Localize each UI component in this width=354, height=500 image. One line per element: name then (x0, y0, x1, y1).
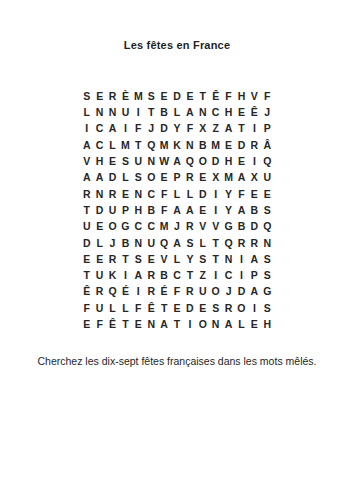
grid-cell-r3c9: F (183, 121, 196, 137)
grid-cell-r7c4: E (119, 186, 132, 202)
grid-cell-r11c4: T (119, 251, 132, 267)
grid-cell-r3c8: Y (171, 121, 184, 137)
grid-cell-r8c3: U (106, 202, 119, 218)
grid-cell-r10c6: U (145, 235, 158, 251)
grid-cell-r7c1: R (80, 186, 93, 202)
grid-cell-r2c13: E (235, 104, 248, 120)
grid-cell-r14c14: I (248, 300, 261, 316)
grid-cell-r15c10: O (196, 316, 209, 332)
grid-cell-r7c15: E (261, 186, 274, 202)
grid-cell-r9c1: U (80, 218, 93, 234)
grid-cell-r14c1: F (80, 300, 93, 316)
grid-cell-r6c10: E (196, 169, 209, 185)
grid-cell-r11c10: S (196, 251, 209, 267)
grid-cell-r11c6: E (145, 251, 158, 267)
grid-cell-r1c6: S (145, 88, 158, 104)
grid-cell-r1c7: E (158, 88, 171, 104)
grid-cell-r4c1: A (80, 137, 93, 153)
grid-cell-r2c3: N (106, 104, 119, 120)
grid-cell-r14c7: T (158, 300, 171, 316)
grid-cell-r10c5: N (132, 235, 145, 251)
grid-cell-r6c11: X (209, 169, 222, 185)
grid-cell-r11c14: A (248, 251, 261, 267)
grid-cell-r4c14: R (248, 137, 261, 153)
grid-cell-r12c8: C (171, 267, 184, 283)
grid-cell-r9c15: Q (261, 218, 274, 234)
grid-cell-r7c7: F (158, 186, 171, 202)
grid-cell-r15c2: F (93, 316, 106, 332)
grid-cell-r2c4: U (119, 104, 132, 120)
grid-cell-r14c2: U (93, 300, 106, 316)
grid-cell-r2c1: L (80, 104, 93, 120)
grid-cell-r10c11: T (209, 235, 222, 251)
grid-cell-r10c7: Q (158, 235, 171, 251)
grid-cell-r2c6: T (145, 104, 158, 120)
grid-cell-r8c8: A (171, 202, 184, 218)
grid-cell-r12c2: U (93, 267, 106, 283)
grid-cell-r10c8: A (171, 235, 184, 251)
grid-cell-r8c5: H (132, 202, 145, 218)
grid-cell-r11c12: N (222, 251, 235, 267)
grid-cell-r4c5: T (132, 137, 145, 153)
grid-cell-r5c1: V (80, 153, 93, 169)
grid-cell-r6c6: O (145, 169, 158, 185)
grid-cell-r7c12: Y (222, 186, 235, 202)
grid-cell-r5c3: E (106, 153, 119, 169)
grid-cell-r15c14: E (248, 316, 261, 332)
grid-cell-r7c8: L (171, 186, 184, 202)
grid-cell-r12c11: I (209, 267, 222, 283)
grid-cell-r13c4: É (119, 284, 132, 300)
grid-cell-r2c5: I (132, 104, 145, 120)
grid-cell-r9c4: G (119, 218, 132, 234)
grid-cell-r13c6: R (145, 284, 158, 300)
grid-cell-r14c10: E (196, 300, 209, 316)
grid-cell-r9c8: J (171, 218, 184, 234)
grid-cell-r7c11: I (209, 186, 222, 202)
grid-cell-r9c14: D (248, 218, 261, 234)
grid-cell-r1c15: F (261, 88, 274, 104)
grid-cell-r12c15: S (261, 267, 274, 283)
grid-cell-r15c1: E (80, 316, 93, 332)
grid-cell-r15c4: T (119, 316, 132, 332)
grid-cell-r5c6: N (145, 153, 158, 169)
grid-cell-r10c15: N (261, 235, 274, 251)
grid-cell-r13c3: Q (106, 284, 119, 300)
grid-cell-r5c12: H (222, 153, 235, 169)
grid-cell-r4c12: E (222, 137, 235, 153)
grid-cell-r1c9: E (183, 88, 196, 104)
grid-cell-r13c8: F (171, 284, 184, 300)
grid-cell-r5c15: Q (261, 153, 274, 169)
grid-cell-r11c15: S (261, 251, 274, 267)
grid-cell-r14c9: D (183, 300, 196, 316)
grid-cell-r3c6: J (145, 121, 158, 137)
grid-cell-r6c7: E (158, 169, 171, 185)
grid-cell-r3c13: T (235, 121, 248, 137)
grid-cell-r8c12: Y (222, 202, 235, 218)
grid-cell-r9c10: V (196, 218, 209, 234)
grid-cell-r1c12: F (222, 88, 235, 104)
grid-cell-r8c15: S (261, 202, 274, 218)
grid-cell-r11c3: R (106, 251, 119, 267)
grid-cell-r13c7: É (158, 284, 171, 300)
grid-cell-r4c6: Q (145, 137, 158, 153)
grid-cell-r14c3: L (106, 300, 119, 316)
grid-cell-r5c7: W (158, 153, 171, 169)
grid-cell-r7c5: N (132, 186, 145, 202)
grid-cell-r1c8: D (171, 88, 184, 104)
page-title: Les fêtes en France (0, 39, 354, 51)
grid-cell-r4c10: B (196, 137, 209, 153)
grid-cell-r7c14: E (248, 186, 261, 202)
grid-cell-r6c1: A (80, 169, 93, 185)
grid-cell-r12c7: B (158, 267, 171, 283)
grid-cell-r14c5: F (132, 300, 145, 316)
grid-cell-r12c5: A (132, 267, 145, 283)
grid-cell-r4c8: K (171, 137, 184, 153)
grid-cell-r15c5: E (132, 316, 145, 332)
grid-cell-r4c3: L (106, 137, 119, 153)
grid-cell-r15c8: T (171, 316, 184, 332)
grid-cell-r12c13: I (235, 267, 248, 283)
grid-cell-r10c13: R (235, 235, 248, 251)
grid-cell-r10c12: Q (222, 235, 235, 251)
grid-cell-r2c10: N (196, 104, 209, 120)
grid-cell-r11c5: S (132, 251, 145, 267)
grid-cell-r3c5: F (132, 121, 145, 137)
grid-cell-r1c1: S (80, 88, 93, 104)
grid-cell-r3c10: X (196, 121, 209, 137)
grid-cell-r7c13: F (235, 186, 248, 202)
grid-cell-r8c14: B (248, 202, 261, 218)
grid-cell-r7c10: D (196, 186, 209, 202)
grid-cell-r7c2: N (93, 186, 106, 202)
grid-cell-r11c8: L (171, 251, 184, 267)
grid-cell-r5c11: D (209, 153, 222, 169)
grid-cell-r4c9: N (183, 137, 196, 153)
grid-cell-r12c1: T (80, 267, 93, 283)
grid-cell-r2c8: L (171, 104, 184, 120)
grid-cell-r14c11: S (209, 300, 222, 316)
grid-cell-r1c4: È (119, 88, 132, 104)
grid-cell-r8c1: T (80, 202, 93, 218)
grid-cell-r2c15: J (261, 104, 274, 120)
grid-cell-r11c1: E (80, 251, 93, 267)
grid-cell-r7c6: C (145, 186, 158, 202)
grid-cell-r2c12: H (222, 104, 235, 120)
grid-cell-r6c12: M (222, 169, 235, 185)
grid-cell-r8c2: D (93, 202, 106, 218)
grid-cell-r1c14: V (248, 88, 261, 104)
grid-cell-r10c2: L (93, 235, 106, 251)
grid-cell-r15c12: A (222, 316, 235, 332)
grid-cell-r15c13: L (235, 316, 248, 332)
grid-cell-r13c2: R (93, 284, 106, 300)
grid-cell-r9c12: G (222, 218, 235, 234)
grid-cell-r2c11: C (209, 104, 222, 120)
grid-cell-r3c7: D (158, 121, 171, 137)
grid-cell-r13c1: Ê (80, 284, 93, 300)
grid-cell-r10c10: L (196, 235, 209, 251)
grid-cell-r2c7: B (158, 104, 171, 120)
grid-cell-r4c13: D (235, 137, 248, 153)
grid-cell-r5c2: H (93, 153, 106, 169)
grid-cell-r6c15: U (261, 169, 274, 185)
grid-cell-r6c13: A (235, 169, 248, 185)
grid-cell-r14c12: R (222, 300, 235, 316)
grid-cell-r9c11: V (209, 218, 222, 234)
grid-cell-r5c13: E (235, 153, 248, 169)
grid-cell-r7c3: R (106, 186, 119, 202)
grid-cell-r3c3: A (106, 121, 119, 137)
grid-cell-r9c2: E (93, 218, 106, 234)
grid-cell-r12c3: K (106, 267, 119, 283)
grid-cell-r14c13: O (235, 300, 248, 316)
grid-cell-r9c13: B (235, 218, 248, 234)
grid-cell-r5c8: A (171, 153, 184, 169)
grid-cell-r10c4: B (119, 235, 132, 251)
grid-cell-r9c3: O (106, 218, 119, 234)
grid-cell-r5c10: O (196, 153, 209, 169)
grid-cell-r12c6: R (145, 267, 158, 283)
grid-cell-r15c11: N (209, 316, 222, 332)
grid-cell-r11c9: Y (183, 251, 196, 267)
worksheet-page: Les fêtes en France SERÈMSEDETÊFHVFLNNUI… (0, 0, 354, 500)
grid-cell-r1c11: Ê (209, 88, 222, 104)
grid-cell-r11c2: E (93, 251, 106, 267)
grid-cell-r9c5: C (132, 218, 145, 234)
grid-cell-r10c3: J (106, 235, 119, 251)
grid-cell-r10c1: D (80, 235, 93, 251)
grid-cell-r1c13: H (235, 88, 248, 104)
grid-cell-r2c2: N (93, 104, 106, 120)
grid-cell-r5c9: Q (183, 153, 196, 169)
grid-cell-r13c15: G (261, 284, 274, 300)
grid-cell-r7c9: L (183, 186, 196, 202)
grid-cell-r6c5: S (132, 169, 145, 185)
grid-cell-r14c6: Ê (145, 300, 158, 316)
grid-cell-r4c4: M (119, 137, 132, 153)
grid-cell-r15c9: I (183, 316, 196, 332)
grid-cell-r5c4: S (119, 153, 132, 169)
grid-cell-r11c11: T (209, 251, 222, 267)
grid-cell-r12c12: C (222, 267, 235, 283)
grid-cell-r2c14: Ê (248, 104, 261, 120)
grid-cell-r6c3: D (106, 169, 119, 185)
grid-cell-r14c15: S (261, 300, 274, 316)
grid-cell-r12c14: P (248, 267, 261, 283)
grid-cell-r15c6: N (145, 316, 158, 332)
grid-cell-r1c10: T (196, 88, 209, 104)
grid-cell-r8c10: E (196, 202, 209, 218)
grid-cell-r3c4: I (119, 121, 132, 137)
grid-cell-r10c9: S (183, 235, 196, 251)
word-search-grid: SERÈMSEDETÊFHVFLNNUITBLANCHEÊJICAIFJDYFX… (80, 88, 273, 332)
grid-cell-r3c2: C (93, 121, 106, 137)
grid-cell-r6c8: P (171, 169, 184, 185)
grid-cell-r3c15: P (261, 121, 274, 137)
grid-cell-r9c6: C (145, 218, 158, 234)
grid-cell-r4c7: M (158, 137, 171, 153)
grid-cell-r5c5: U (132, 153, 145, 169)
grid-cell-r8c11: I (209, 202, 222, 218)
grid-cell-r8c9: A (183, 202, 196, 218)
grid-cell-r10c14: R (248, 235, 261, 251)
grid-cell-r2c9: A (183, 104, 196, 120)
grid-cell-r12c4: I (119, 267, 132, 283)
grid-cell-r15c7: A (158, 316, 171, 332)
grid-cell-r14c4: L (119, 300, 132, 316)
grid-cell-r13c5: I (132, 284, 145, 300)
grid-cell-r11c7: V (158, 251, 171, 267)
grid-cell-r6c14: X (248, 169, 261, 185)
grid-cell-r4c2: C (93, 137, 106, 153)
grid-cell-r3c11: Z (209, 121, 222, 137)
grid-cell-r6c4: L (119, 169, 132, 185)
grid-cell-r5c14: I (248, 153, 261, 169)
instruction-text: Cherchez les dix-sept fêtes françaises d… (0, 355, 354, 367)
grid-cell-r1c3: R (106, 88, 119, 104)
grid-cell-r4c15: Â (261, 137, 274, 153)
grid-cell-r8c4: P (119, 202, 132, 218)
grid-cell-r13c12: J (222, 284, 235, 300)
grid-cell-r13c13: D (235, 284, 248, 300)
grid-cell-r15c3: Ê (106, 316, 119, 332)
grid-cell-r8c13: A (235, 202, 248, 218)
grid-cell-r6c9: R (183, 169, 196, 185)
grid-cell-r8c7: F (158, 202, 171, 218)
grid-cell-r6c2: A (93, 169, 106, 185)
grid-cell-r13c14: A (248, 284, 261, 300)
grid-cell-r13c9: R (183, 284, 196, 300)
grid-cell-r15c15: H (261, 316, 274, 332)
grid-cell-r3c12: A (222, 121, 235, 137)
grid-cell-r11c13: I (235, 251, 248, 267)
grid-cell-r3c14: I (248, 121, 261, 137)
grid-cell-r12c10: Z (196, 267, 209, 283)
grid-cell-r14c8: E (171, 300, 184, 316)
grid-cell-r13c10: U (196, 284, 209, 300)
grid-cell-r3c1: I (80, 121, 93, 137)
grid-cell-r9c9: R (183, 218, 196, 234)
grid-cell-r12c9: T (183, 267, 196, 283)
grid-cell-r4c11: M (209, 137, 222, 153)
grid-cell-r8c6: B (145, 202, 158, 218)
grid-cell-r1c5: M (132, 88, 145, 104)
grid-cell-r9c7: M (158, 218, 171, 234)
grid-cell-r1c2: E (93, 88, 106, 104)
grid-cell-r13c11: O (209, 284, 222, 300)
